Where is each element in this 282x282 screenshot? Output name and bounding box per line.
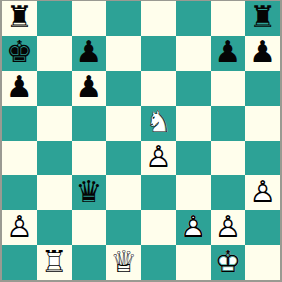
square-c2[interactable] [72, 210, 107, 245]
square-g5[interactable] [211, 106, 246, 141]
square-h5[interactable] [245, 106, 280, 141]
piece-black-pawn[interactable]: ♟ [211, 36, 246, 71]
square-g1[interactable]: ♚♔ [211, 245, 246, 280]
square-d6[interactable] [106, 71, 141, 106]
piece-black-pawn[interactable]: ♟ [72, 36, 107, 71]
square-a4[interactable] [2, 141, 37, 176]
black-pawn-icon: ♟ [72, 71, 107, 106]
white-king-outline-icon: ♔ [211, 245, 246, 280]
black-rook-icon: ♜ [245, 1, 280, 36]
chess-board-frame: ♜♜♚♟♟♟♟♟♞♘♟♙♛♟♙♟♙♟♙♟♙♜♖♛♕♚♔ [0, 0, 282, 282]
square-h6[interactable] [245, 71, 280, 106]
square-c6[interactable]: ♟ [72, 71, 107, 106]
square-e3[interactable] [141, 175, 176, 210]
square-f3[interactable] [176, 175, 211, 210]
square-d2[interactable] [106, 210, 141, 245]
piece-white-pawn[interactable]: ♟♙ [141, 141, 176, 176]
square-a1[interactable] [2, 245, 37, 280]
white-pawn-outline-icon: ♙ [245, 175, 280, 210]
piece-black-rook[interactable]: ♜ [245, 1, 280, 36]
piece-black-queen[interactable]: ♛ [72, 175, 107, 210]
square-a2[interactable]: ♟♙ [2, 210, 37, 245]
piece-black-king[interactable]: ♚ [2, 36, 37, 71]
square-f8[interactable] [176, 1, 211, 36]
square-c5[interactable] [72, 106, 107, 141]
black-queen-icon: ♛ [72, 175, 107, 210]
square-c1[interactable] [72, 245, 107, 280]
square-f2[interactable]: ♟♙ [176, 210, 211, 245]
square-b5[interactable] [37, 106, 72, 141]
square-g7[interactable]: ♟ [211, 36, 246, 71]
black-king-icon: ♚ [2, 36, 37, 71]
square-a3[interactable] [2, 175, 37, 210]
square-d5[interactable] [106, 106, 141, 141]
square-f6[interactable] [176, 71, 211, 106]
square-b1[interactable]: ♜♖ [37, 245, 72, 280]
square-a6[interactable]: ♟ [2, 71, 37, 106]
black-rook-icon: ♜ [2, 1, 37, 36]
square-c7[interactable]: ♟ [72, 36, 107, 71]
square-h1[interactable] [245, 245, 280, 280]
square-e8[interactable] [141, 1, 176, 36]
piece-black-pawn[interactable]: ♟ [72, 71, 107, 106]
piece-white-pawn[interactable]: ♟♙ [2, 210, 37, 245]
white-rook-outline-icon: ♖ [37, 245, 72, 280]
square-b3[interactable] [37, 175, 72, 210]
square-e5[interactable]: ♞♘ [141, 106, 176, 141]
square-e2[interactable] [141, 210, 176, 245]
white-knight-outline-icon: ♘ [141, 106, 176, 141]
square-b8[interactable] [37, 1, 72, 36]
square-b7[interactable] [37, 36, 72, 71]
black-pawn-icon: ♟ [2, 71, 37, 106]
square-e7[interactable] [141, 36, 176, 71]
square-b2[interactable] [37, 210, 72, 245]
square-e1[interactable] [141, 245, 176, 280]
square-a5[interactable] [2, 106, 37, 141]
piece-black-rook[interactable]: ♜ [2, 1, 37, 36]
black-pawn-icon: ♟ [245, 36, 280, 71]
square-h4[interactable] [245, 141, 280, 176]
square-d7[interactable] [106, 36, 141, 71]
square-h2[interactable] [245, 210, 280, 245]
black-pawn-icon: ♟ [72, 36, 107, 71]
square-g4[interactable] [211, 141, 246, 176]
square-d4[interactable] [106, 141, 141, 176]
square-d8[interactable] [106, 1, 141, 36]
piece-white-king[interactable]: ♚♔ [211, 245, 246, 280]
white-queen-outline-icon: ♕ [106, 245, 141, 280]
piece-black-pawn[interactable]: ♟ [245, 36, 280, 71]
square-g6[interactable] [211, 71, 246, 106]
square-e6[interactable] [141, 71, 176, 106]
square-a8[interactable]: ♜ [2, 1, 37, 36]
square-e4[interactable]: ♟♙ [141, 141, 176, 176]
square-c3[interactable]: ♛ [72, 175, 107, 210]
square-g8[interactable] [211, 1, 246, 36]
white-pawn-outline-icon: ♙ [211, 210, 246, 245]
square-f5[interactable] [176, 106, 211, 141]
square-d1[interactable]: ♛♕ [106, 245, 141, 280]
square-f1[interactable] [176, 245, 211, 280]
square-f7[interactable] [176, 36, 211, 71]
white-pawn-outline-icon: ♙ [2, 210, 37, 245]
square-h8[interactable]: ♜ [245, 1, 280, 36]
white-pawn-outline-icon: ♙ [176, 210, 211, 245]
square-g3[interactable] [211, 175, 246, 210]
square-g2[interactable]: ♟♙ [211, 210, 246, 245]
chess-board: ♜♜♚♟♟♟♟♟♞♘♟♙♛♟♙♟♙♟♙♟♙♜♖♛♕♚♔ [2, 1, 280, 280]
square-b6[interactable] [37, 71, 72, 106]
piece-white-rook[interactable]: ♜♖ [37, 245, 72, 280]
square-b4[interactable] [37, 141, 72, 176]
square-d3[interactable] [106, 175, 141, 210]
square-c4[interactable] [72, 141, 107, 176]
square-h7[interactable]: ♟ [245, 36, 280, 71]
piece-white-queen[interactable]: ♛♕ [106, 245, 141, 280]
piece-white-pawn[interactable]: ♟♙ [211, 210, 246, 245]
square-f4[interactable] [176, 141, 211, 176]
black-pawn-icon: ♟ [211, 36, 246, 71]
piece-white-knight[interactable]: ♞♘ [141, 106, 176, 141]
square-c8[interactable] [72, 1, 107, 36]
piece-white-pawn[interactable]: ♟♙ [176, 210, 211, 245]
piece-white-pawn[interactable]: ♟♙ [245, 175, 280, 210]
square-h3[interactable]: ♟♙ [245, 175, 280, 210]
piece-black-pawn[interactable]: ♟ [2, 71, 37, 106]
white-pawn-outline-icon: ♙ [141, 141, 176, 176]
square-a7[interactable]: ♚ [2, 36, 37, 71]
